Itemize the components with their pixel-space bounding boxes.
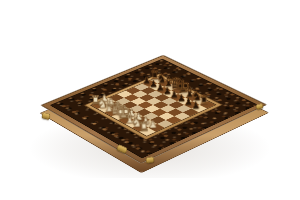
square-b8: ♞ — [157, 80, 172, 87]
square-a6 — [134, 84, 149, 91]
square-b7: ♟ — [149, 84, 164, 91]
square-e8: ♚ — [178, 90, 193, 97]
square-f8: ♝ — [185, 94, 200, 101]
square-d6 — [154, 94, 169, 101]
square-b6 — [141, 87, 156, 94]
piece-black-k-e8: ♚ — [163, 78, 202, 96]
square-d5 — [146, 98, 161, 105]
square-a4 — [117, 91, 132, 98]
square-c5 — [139, 94, 154, 101]
square-d8: ♛ — [171, 87, 186, 94]
piece-black-b-f8: ♝ — [170, 85, 209, 100]
square-e7: ♟ — [170, 94, 185, 101]
square-c7: ♟ — [156, 87, 171, 94]
piece-black-q-d8: ♛ — [156, 75, 195, 92]
square-b3 — [115, 98, 130, 105]
square-c4 — [131, 98, 146, 105]
chess-board: ♜♞♝♛♚♝♞♜♟♟♟♟♟♟♟♟♟♟♟♟♟♟♟♟♜♞♝♛♚♝♞♜ — [41, 55, 266, 163]
piece-black-p-d7: ♟ — [148, 85, 187, 96]
piece-black-r-a8: ♜ — [136, 69, 174, 82]
piece-black-p-f7: ♟ — [162, 92, 201, 103]
square-e6 — [161, 98, 176, 105]
square-a2: ♟ — [100, 98, 115, 105]
square-c8: ♝ — [164, 84, 179, 91]
piece-black-p-e7: ♟ — [155, 89, 194, 100]
square-a5 — [126, 87, 141, 94]
piece-black-p-b7: ♟ — [134, 78, 172, 89]
piece-white-r-a1: ♜ — [76, 94, 115, 107]
scene: ♜♞♝♛♚♝♞♜♟♟♟♟♟♟♟♟♟♟♟♟♟♟♟♟♜♞♝♛♚♝♞♜ — [0, 0, 300, 200]
square-c6 — [148, 91, 163, 98]
piece-white-p-b2: ♟ — [92, 96, 131, 107]
piece-black-n-g8: ♞ — [177, 89, 216, 103]
square-a3 — [109, 94, 124, 101]
piece-white-p-a2: ♟ — [85, 92, 124, 103]
square-d7: ♟ — [163, 91, 178, 98]
piece-black-p-a7: ♟ — [128, 75, 166, 86]
piece-black-p-c7: ♟ — [141, 82, 180, 93]
square-b5 — [132, 91, 147, 98]
square-a7: ♟ — [142, 80, 157, 87]
board-tilt-wrapper: ♜♞♝♛♚♝♞♜♟♟♟♟♟♟♟♟♟♟♟♟♟♟♟♟♜♞♝♛♚♝♞♜ — [70, 22, 237, 189]
piece-black-b-c8: ♝ — [149, 74, 188, 89]
piece-black-n-b8: ♞ — [143, 72, 181, 86]
square-a8: ♜ — [151, 77, 166, 84]
square-b4 — [124, 94, 139, 101]
